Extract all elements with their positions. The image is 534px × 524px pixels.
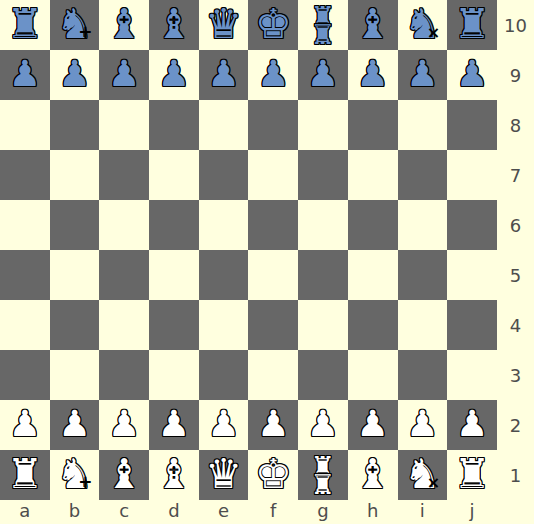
square-j3[interactable] xyxy=(447,350,497,400)
square-j4[interactable] xyxy=(447,300,497,350)
file-label-i: i xyxy=(398,500,448,524)
square-d8[interactable] xyxy=(149,100,199,150)
square-i4[interactable] xyxy=(398,300,448,350)
square-d3[interactable] xyxy=(149,350,199,400)
piece-blue-pawn[interactable]: ♟ xyxy=(149,50,199,100)
square-b2[interactable]: ♟ xyxy=(50,400,100,450)
square-b7[interactable] xyxy=(50,150,100,200)
rank-label-8: 8 xyxy=(497,100,534,150)
piece-white-knight-cross[interactable]: ♞× xyxy=(398,450,448,500)
square-f10[interactable]: ♚ xyxy=(248,0,298,50)
king-glyph: ♚ xyxy=(255,4,292,45)
fortress-bottom-glyph: ♜ xyxy=(311,470,335,497)
square-e3[interactable] xyxy=(199,350,249,400)
piece-white-pawn[interactable]: ♟ xyxy=(398,400,448,450)
square-f6[interactable] xyxy=(248,200,298,250)
piece-blue-pawn[interactable]: ♟ xyxy=(298,50,348,100)
square-c8[interactable] xyxy=(99,100,149,150)
pawn-glyph: ♟ xyxy=(9,406,41,442)
square-c9[interactable]: ♟ xyxy=(99,50,149,100)
piece-white-pawn[interactable]: ♟ xyxy=(248,400,298,450)
square-b1[interactable]: ♞+ xyxy=(50,450,100,500)
pawn-glyph: ♟ xyxy=(456,406,488,442)
square-h1[interactable]: ♝+ xyxy=(348,450,398,500)
piece-white-rook[interactable]: ♜ xyxy=(447,450,497,500)
square-f5[interactable] xyxy=(248,250,298,300)
square-j9[interactable]: ♟ xyxy=(447,50,497,100)
pawn-glyph: ♟ xyxy=(406,56,438,92)
piece-white-bishop[interactable]: ♝+ xyxy=(99,450,149,500)
rook-glyph: ♜ xyxy=(6,454,43,495)
pawn-glyph: ♟ xyxy=(58,56,90,92)
rank-label-10: 10 xyxy=(497,0,534,50)
piece-blue-pawn[interactable]: ♟ xyxy=(348,50,398,100)
file-labels: abcdefghij xyxy=(0,500,497,524)
piece-white-king[interactable]: ♚ xyxy=(248,450,298,500)
pawn-glyph: ♟ xyxy=(9,56,41,92)
file-label-f: f xyxy=(248,500,298,524)
rank-label-6: 6 xyxy=(497,200,534,250)
pawn-glyph: ♟ xyxy=(108,406,140,442)
square-i3[interactable] xyxy=(398,350,448,400)
square-c2[interactable]: ♟ xyxy=(99,400,149,450)
square-h8[interactable] xyxy=(348,100,398,150)
piece-white-pawn[interactable]: ♟ xyxy=(149,400,199,450)
piece-blue-pawn[interactable]: ♟ xyxy=(248,50,298,100)
queen-glyph: ♛ xyxy=(205,454,242,495)
rook-glyph: ♜ xyxy=(454,4,491,45)
square-f8[interactable] xyxy=(248,100,298,150)
square-h2[interactable]: ♟ xyxy=(348,400,398,450)
square-e7[interactable] xyxy=(199,150,249,200)
square-h6[interactable] xyxy=(348,200,398,250)
knight-plus-mark: + xyxy=(78,24,92,41)
square-b10[interactable]: ♞+ xyxy=(50,0,100,50)
bishop-mark: + xyxy=(120,464,129,475)
piece-white-knight-plus[interactable]: ♞+ xyxy=(50,450,100,500)
square-f2[interactable]: ♟ xyxy=(248,400,298,450)
square-j8[interactable] xyxy=(447,100,497,150)
file-label-c: c xyxy=(99,500,149,524)
square-d4[interactable] xyxy=(149,300,199,350)
piece-blue-rook[interactable]: ♜ xyxy=(447,0,497,50)
square-g2[interactable]: ♟ xyxy=(298,400,348,450)
square-c5[interactable] xyxy=(99,250,149,300)
square-j2[interactable]: ♟ xyxy=(447,400,497,450)
square-c4[interactable] xyxy=(99,300,149,350)
square-a7[interactable] xyxy=(0,150,50,200)
square-h4[interactable] xyxy=(348,300,398,350)
piece-blue-rook[interactable]: ♜ xyxy=(0,0,50,50)
file-label-d: d xyxy=(149,500,199,524)
square-g7[interactable] xyxy=(298,150,348,200)
square-c7[interactable] xyxy=(99,150,149,200)
square-h7[interactable] xyxy=(348,150,398,200)
square-e8[interactable] xyxy=(199,100,249,150)
rank-label-3: 3 xyxy=(497,350,534,400)
square-a2[interactable]: ♟ xyxy=(0,400,50,450)
square-a4[interactable] xyxy=(0,300,50,350)
pawn-glyph: ♟ xyxy=(257,56,289,92)
piece-blue-pawn[interactable]: ♟ xyxy=(0,50,50,100)
piece-blue-pawn[interactable]: ♟ xyxy=(398,50,448,100)
piece-blue-bishop-dotted[interactable]: ♝⋮ xyxy=(149,0,199,50)
square-e6[interactable] xyxy=(199,200,249,250)
square-d9[interactable]: ♟ xyxy=(149,50,199,100)
rank-label-1: 1 xyxy=(497,450,534,500)
piece-white-pawn[interactable]: ♟ xyxy=(447,400,497,450)
square-g4[interactable] xyxy=(298,300,348,350)
file-label-a: a xyxy=(0,500,50,524)
square-h9[interactable]: ♟ xyxy=(348,50,398,100)
knight-cross-mark: × xyxy=(427,475,440,491)
pawn-glyph: ♟ xyxy=(257,406,289,442)
piece-blue-pawn[interactable]: ♟ xyxy=(199,50,249,100)
square-b3[interactable] xyxy=(50,350,100,400)
square-j7[interactable] xyxy=(447,150,497,200)
square-j5[interactable] xyxy=(447,250,497,300)
board: ♜♞+♝+♝⋮♛♚♜♜♝+♞×♜♟♟♟♟♟♟♟♟♟♟♟♟♟♟♟♟♟♟♟♟♜♞+♝… xyxy=(0,0,497,500)
square-c3[interactable] xyxy=(99,350,149,400)
fortress-bottom-glyph: ♜ xyxy=(311,20,335,47)
square-f1[interactable]: ♚ xyxy=(248,450,298,500)
pawn-glyph: ♟ xyxy=(108,56,140,92)
piece-blue-knight-plus[interactable]: ♞+ xyxy=(50,0,100,50)
rank-label-5: 5 xyxy=(497,250,534,300)
square-f9[interactable]: ♟ xyxy=(248,50,298,100)
square-b4[interactable] xyxy=(50,300,100,350)
piece-blue-pawn[interactable]: ♟ xyxy=(447,50,497,100)
square-d1[interactable]: ♝⋮ xyxy=(149,450,199,500)
square-a6[interactable] xyxy=(0,200,50,250)
piece-white-pawn[interactable]: ♟ xyxy=(99,400,149,450)
pawn-glyph: ♟ xyxy=(207,56,239,92)
pawn-glyph: ♟ xyxy=(158,406,190,442)
piece-white-fortress[interactable]: ♜♜ xyxy=(298,450,348,500)
rank-labels: 10987654321 xyxy=(497,0,534,500)
square-e10[interactable]: ♛ xyxy=(199,0,249,50)
piece-white-queen[interactable]: ♛ xyxy=(199,450,249,500)
square-i9[interactable]: ♟ xyxy=(398,50,448,100)
square-i10[interactable]: ♞× xyxy=(398,0,448,50)
square-h10[interactable]: ♝+ xyxy=(348,0,398,50)
chessboard-app: ♜♞+♝+♝⋮♛♚♜♜♝+♞×♜♟♟♟♟♟♟♟♟♟♟♟♟♟♟♟♟♟♟♟♟♜♞+♝… xyxy=(0,0,534,524)
square-b9[interactable]: ♟ xyxy=(50,50,100,100)
knight-cross-mark: × xyxy=(427,25,440,41)
square-f7[interactable] xyxy=(248,150,298,200)
bishop-mark: + xyxy=(120,14,129,25)
knight-plus-mark: + xyxy=(78,474,92,491)
square-b5[interactable] xyxy=(50,250,100,300)
square-i8[interactable] xyxy=(398,100,448,150)
file-label-h: h xyxy=(348,500,398,524)
square-a5[interactable] xyxy=(0,250,50,300)
piece-white-rook[interactable]: ♜ xyxy=(0,450,50,500)
square-i6[interactable] xyxy=(398,200,448,250)
square-j6[interactable] xyxy=(447,200,497,250)
pawn-glyph: ♟ xyxy=(456,56,488,92)
pawn-glyph: ♟ xyxy=(207,406,239,442)
square-f4[interactable] xyxy=(248,300,298,350)
square-g8[interactable] xyxy=(298,100,348,150)
piece-blue-knight-cross[interactable]: ♞× xyxy=(398,0,448,50)
square-e4[interactable] xyxy=(199,300,249,350)
file-label-j: j xyxy=(447,500,497,524)
queen-glyph: ♛ xyxy=(205,4,242,45)
pawn-glyph: ♟ xyxy=(406,406,438,442)
pawn-glyph: ♟ xyxy=(357,56,389,92)
square-d10[interactable]: ♝⋮ xyxy=(149,0,199,50)
square-d7[interactable] xyxy=(149,150,199,200)
square-a10[interactable]: ♜ xyxy=(0,0,50,50)
square-b6[interactable] xyxy=(50,200,100,250)
square-g10[interactable]: ♜♜ xyxy=(298,0,348,50)
square-j10[interactable]: ♜ xyxy=(447,0,497,50)
piece-white-bishop-dotted[interactable]: ♝⋮ xyxy=(149,450,199,500)
square-e2[interactable]: ♟ xyxy=(199,400,249,450)
pawn-glyph: ♟ xyxy=(158,56,190,92)
file-label-b: b xyxy=(50,500,100,524)
piece-white-pawn[interactable]: ♟ xyxy=(0,400,50,450)
square-d5[interactable] xyxy=(149,250,199,300)
square-a9[interactable]: ♟ xyxy=(0,50,50,100)
square-a3[interactable] xyxy=(0,350,50,400)
piece-blue-bishop[interactable]: ♝+ xyxy=(99,0,149,50)
square-f3[interactable] xyxy=(248,350,298,400)
square-g3[interactable] xyxy=(298,350,348,400)
piece-white-pawn[interactable]: ♟ xyxy=(50,400,100,450)
piece-white-pawn[interactable]: ♟ xyxy=(298,400,348,450)
square-a1[interactable]: ♜ xyxy=(0,450,50,500)
square-d2[interactable]: ♟ xyxy=(149,400,199,450)
square-j1[interactable]: ♜ xyxy=(447,450,497,500)
piece-white-pawn[interactable]: ♟ xyxy=(348,400,398,450)
rank-label-9: 9 xyxy=(497,50,534,100)
square-g9[interactable]: ♟ xyxy=(298,50,348,100)
square-i1[interactable]: ♞× xyxy=(398,450,448,500)
square-i2[interactable]: ♟ xyxy=(398,400,448,450)
square-e9[interactable]: ♟ xyxy=(199,50,249,100)
rook-glyph: ♜ xyxy=(454,454,491,495)
rank-label-2: 2 xyxy=(497,400,534,450)
bishop-mark: + xyxy=(368,464,377,475)
square-i5[interactable] xyxy=(398,250,448,300)
square-c1[interactable]: ♝+ xyxy=(99,450,149,500)
piece-blue-king[interactable]: ♚ xyxy=(248,0,298,50)
piece-blue-pawn[interactable]: ♟ xyxy=(50,50,100,100)
square-i7[interactable] xyxy=(398,150,448,200)
square-e5[interactable] xyxy=(199,250,249,300)
rank-label-4: 4 xyxy=(497,300,534,350)
piece-blue-queen[interactable]: ♛ xyxy=(199,0,249,50)
king-glyph: ♚ xyxy=(255,454,292,495)
piece-white-bishop[interactable]: ♝+ xyxy=(348,450,398,500)
square-c10[interactable]: ♝+ xyxy=(99,0,149,50)
file-label-e: e xyxy=(199,500,249,524)
square-h3[interactable] xyxy=(348,350,398,400)
bishop-dotted-mark: ⋮ xyxy=(166,466,181,481)
piece-blue-fortress[interactable]: ♜♜ xyxy=(298,0,348,50)
square-e1[interactable]: ♛ xyxy=(199,450,249,500)
file-label-g: g xyxy=(298,500,348,524)
bishop-mark: + xyxy=(368,14,377,25)
square-g5[interactable] xyxy=(298,250,348,300)
piece-white-pawn[interactable]: ♟ xyxy=(199,400,249,450)
square-g1[interactable]: ♜♜ xyxy=(298,450,348,500)
bishop-dotted-mark: ⋮ xyxy=(166,16,181,31)
piece-blue-pawn[interactable]: ♟ xyxy=(99,50,149,100)
square-d6[interactable] xyxy=(149,200,199,250)
rank-label-7: 7 xyxy=(497,150,534,200)
pawn-glyph: ♟ xyxy=(58,406,90,442)
pawn-glyph: ♟ xyxy=(307,406,339,442)
rook-glyph: ♜ xyxy=(6,4,43,45)
pawn-glyph: ♟ xyxy=(357,406,389,442)
pawn-glyph: ♟ xyxy=(307,56,339,92)
square-b8[interactable] xyxy=(50,100,100,150)
piece-blue-bishop[interactable]: ♝+ xyxy=(348,0,398,50)
square-h5[interactable] xyxy=(348,250,398,300)
square-c6[interactable] xyxy=(99,200,149,250)
square-a8[interactable] xyxy=(0,100,50,150)
square-g6[interactable] xyxy=(298,200,348,250)
